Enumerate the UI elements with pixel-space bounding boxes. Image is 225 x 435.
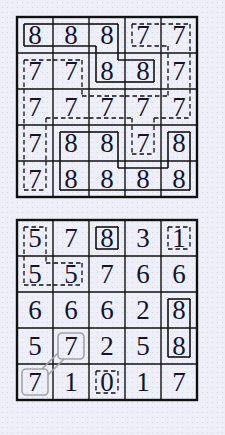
cell-top-r4c5[interactable]: 8 bbox=[161, 125, 197, 161]
cell-bottom-r4c2[interactable]: 7 bbox=[53, 328, 89, 364]
cell-top-r3c1[interactable]: 7 bbox=[17, 89, 53, 125]
cell-bottom-r1c4[interactable]: 3 bbox=[125, 220, 161, 256]
cell-bottom-r4c4[interactable]: 5 bbox=[125, 328, 161, 364]
cell-top-r5c4[interactable]: 8 bbox=[125, 161, 161, 197]
cell-bottom-r5c3[interactable]: 0 bbox=[89, 364, 125, 400]
cell-bottom-r1c5[interactable]: 1 bbox=[161, 220, 197, 256]
cell-bottom-r3c4[interactable]: 2 bbox=[125, 292, 161, 328]
cell-top-r4c4[interactable]: 7 bbox=[125, 125, 161, 161]
cell-top-r3c2[interactable]: 7 bbox=[53, 89, 89, 125]
cell-top-r1c3[interactable]: 8 bbox=[89, 17, 125, 53]
cell-bottom-r5c5[interactable]: 7 bbox=[161, 364, 197, 400]
cell-top-r2c4[interactable]: 8 bbox=[125, 53, 161, 89]
cell-bottom-r3c5[interactable]: 8 bbox=[161, 292, 197, 328]
cell-bottom-r3c3[interactable]: 6 bbox=[89, 292, 125, 328]
cell-top-r3c5[interactable]: 7 bbox=[161, 89, 197, 125]
cell-top-r4c2[interactable]: 8 bbox=[53, 125, 89, 161]
cell-bottom-r5c4[interactable]: 1 bbox=[125, 364, 161, 400]
cell-top-r5c1[interactable]: 7 bbox=[17, 161, 53, 197]
cell-bottom-r4c1[interactable]: 5 bbox=[17, 328, 53, 364]
cell-top-r1c1[interactable]: 8 bbox=[17, 17, 53, 53]
cell-top-r2c2[interactable]: 7 bbox=[53, 53, 89, 89]
cell-bottom-r3c2[interactable]: 6 bbox=[53, 292, 89, 328]
cell-bottom-r2c4[interactable]: 6 bbox=[125, 256, 161, 292]
cell-bottom-r4c5[interactable]: 8 bbox=[161, 328, 197, 364]
cell-top-r5c2[interactable]: 8 bbox=[53, 161, 89, 197]
cell-top-r5c5[interactable]: 8 bbox=[161, 161, 197, 197]
cell-bottom-r1c1[interactable]: 5 bbox=[17, 220, 53, 256]
cell-bottom-r4c3[interactable]: 2 bbox=[89, 328, 125, 364]
cell-bottom-r2c3[interactable]: 7 bbox=[89, 256, 125, 292]
cell-top-r5c3[interactable]: 8 bbox=[89, 161, 125, 197]
cell-bottom-r2c1[interactable]: 5 bbox=[17, 256, 53, 292]
cell-bottom-r2c5[interactable]: 6 bbox=[161, 256, 197, 292]
cell-bottom-r3c1[interactable]: 6 bbox=[17, 292, 53, 328]
cell-top-r4c3[interactable]: 8 bbox=[89, 125, 125, 161]
cell-bottom-r1c3[interactable]: 8 bbox=[89, 220, 125, 256]
cell-bottom-r2c2[interactable]: 5 bbox=[53, 256, 89, 292]
cell-top-r4c1[interactable]: 7 bbox=[17, 125, 53, 161]
cell-top-r1c5[interactable]: 7 bbox=[161, 17, 197, 53]
cell-bottom-r5c1[interactable]: 7 bbox=[17, 364, 53, 400]
cell-bottom-r5c2[interactable]: 1 bbox=[53, 364, 89, 400]
cell-top-r3c4[interactable]: 7 bbox=[125, 89, 161, 125]
cell-top-r2c3[interactable]: 8 bbox=[89, 53, 125, 89]
cell-top-r3c3[interactable]: 7 bbox=[89, 89, 125, 125]
cell-top-r1c4[interactable]: 7 bbox=[125, 17, 161, 53]
cell-top-r1c2[interactable]: 8 bbox=[53, 17, 89, 53]
puzzle-page: 8887777887777777887878888 57831557666662… bbox=[0, 0, 225, 435]
cell-top-r2c1[interactable]: 7 bbox=[17, 53, 53, 89]
cell-top-r2c5[interactable]: 7 bbox=[161, 53, 197, 89]
cell-bottom-r1c2[interactable]: 7 bbox=[53, 220, 89, 256]
